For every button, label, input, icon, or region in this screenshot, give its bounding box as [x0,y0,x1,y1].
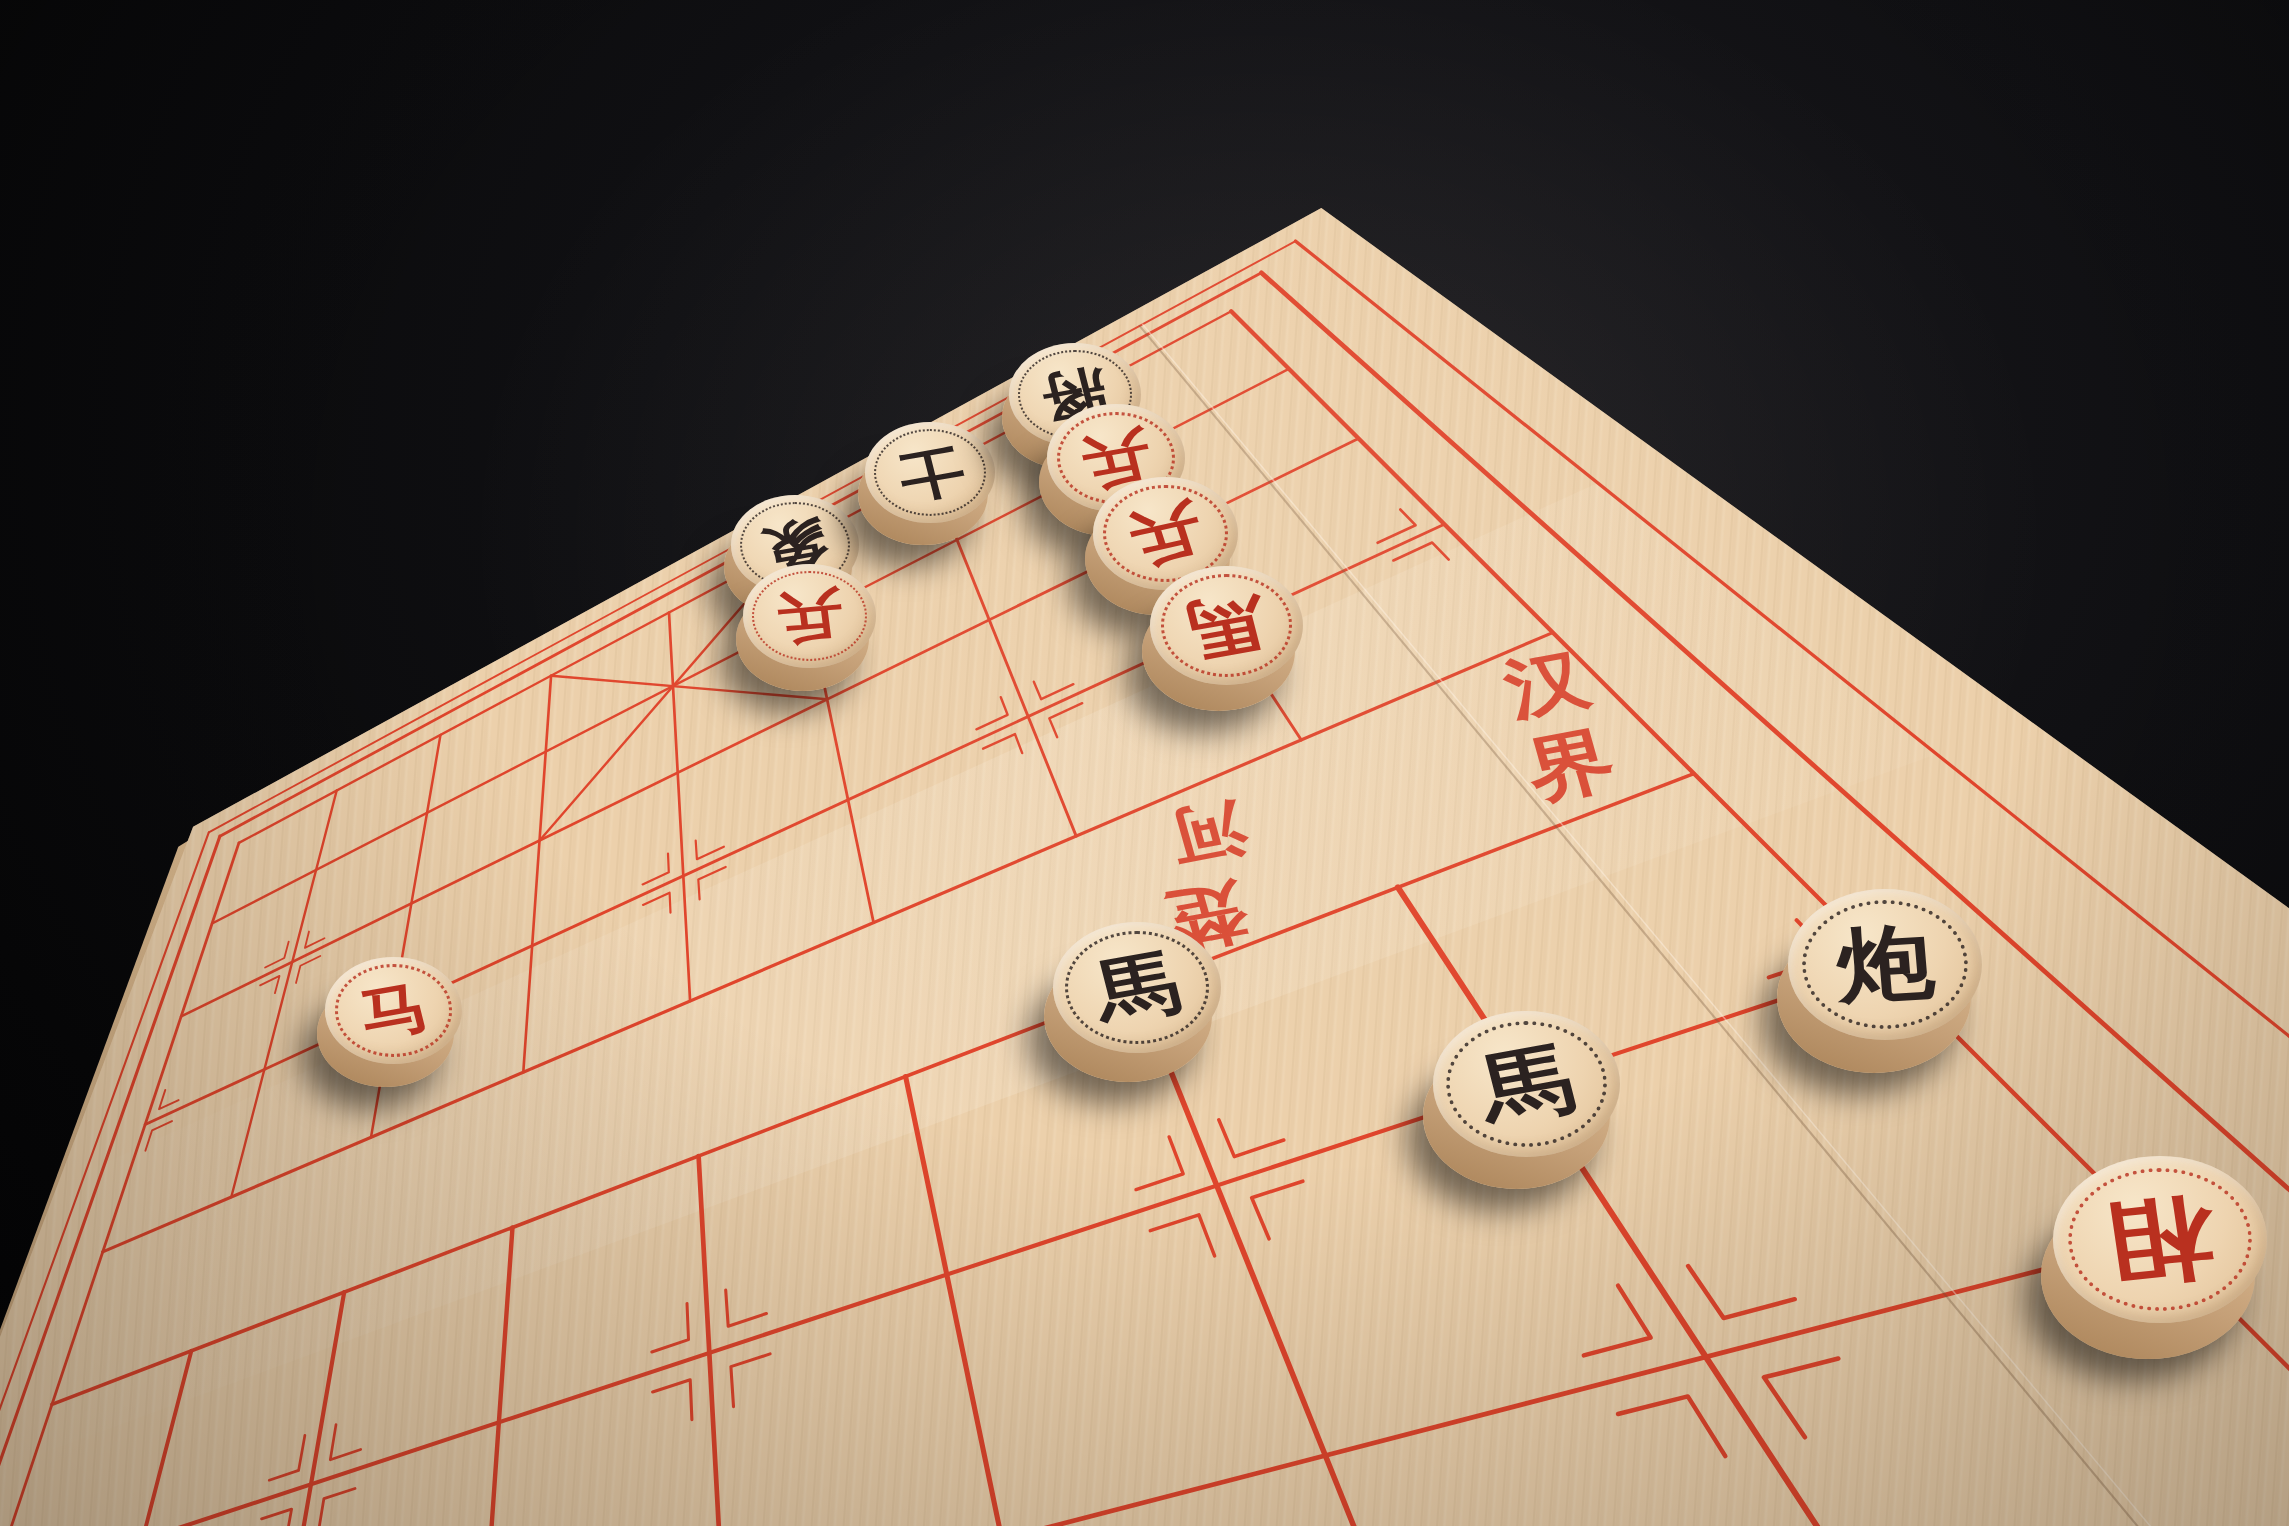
piece-face: 士 [865,422,995,523]
piece-black-advisor[interactable]: 士 [865,422,995,546]
piece-character-black-advisor: 士 [891,440,968,505]
piece-face: 炮 [1788,889,1982,1040]
piece-character-red-horse-1: 馬 [1181,588,1271,664]
piece-character-black-horse-2: 馬 [1471,1038,1581,1131]
river-char-he: 河 [1162,796,1253,871]
photo-scene: 象士將兵兵兵马馬馬馬炮相 汉界楚河 [0,0,2289,1526]
piece-red-horse-1[interactable]: 馬 [1150,566,1303,711]
piece-face: 馬 [1150,566,1303,685]
piece-face: 兵 [743,564,876,668]
piece-face: 馬 [1433,1011,1620,1157]
piece-black-horse-2[interactable]: 馬 [1433,1011,1620,1188]
piece-character-black-cannon: 炮 [1833,921,1937,1008]
piece-red-soldier-2[interactable]: 兵 [743,564,876,690]
piece-character-red-horse-2: 马 [353,977,434,1045]
river-char-han: 汉 [1498,645,1596,726]
piece-face: 马 [325,957,462,1064]
piece-character-red-soldier-2: 兵 [773,586,846,647]
piece-black-cannon[interactable]: 炮 [1788,889,1982,1073]
piece-character-red-elephant: 相 [2100,1189,2219,1289]
piece-face: 馬 [1053,922,1221,1053]
xiangqi-board [0,0,2289,1526]
piece-character-black-horse-1: 馬 [1087,946,1187,1030]
piece-black-horse-1[interactable]: 馬 [1053,922,1221,1081]
piece-face: 相 [2053,1156,2267,1323]
piece-red-elephant[interactable]: 相 [2053,1156,2267,1359]
piece-red-horse-2[interactable]: 马 [325,957,462,1087]
